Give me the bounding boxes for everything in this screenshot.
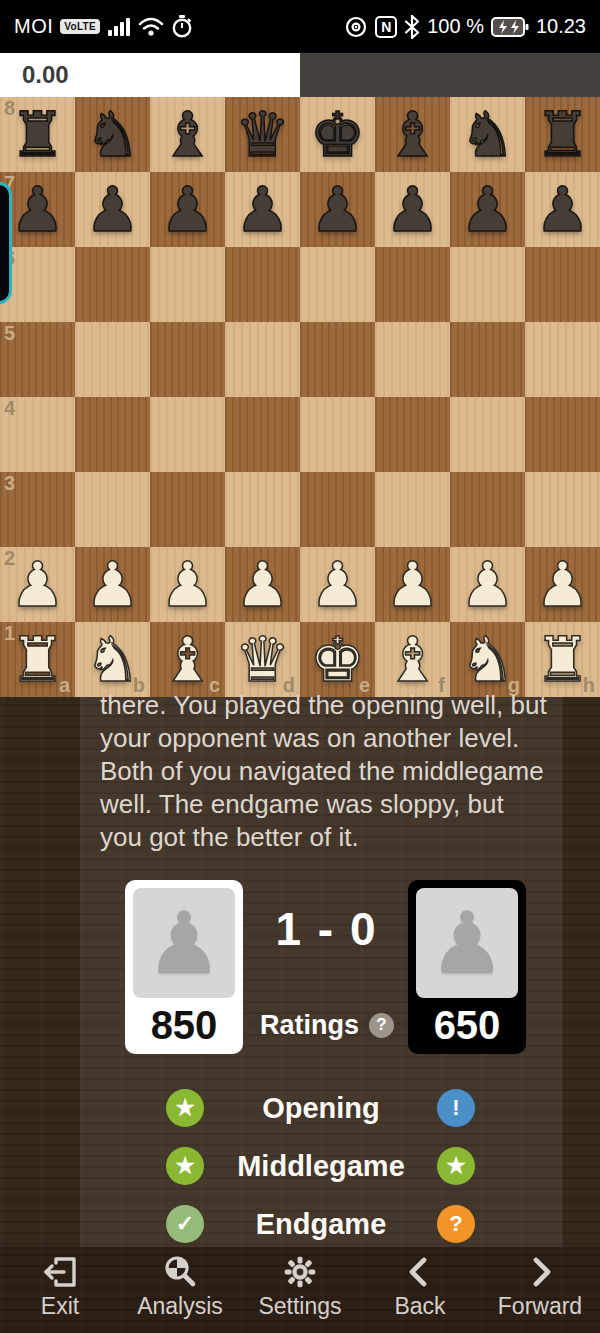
square-e1[interactable]: e♚ — [300, 622, 375, 697]
ratings-help-icon[interactable]: ? — [369, 1013, 394, 1038]
square-h5[interactable] — [525, 322, 600, 397]
square-d6[interactable] — [225, 247, 300, 322]
black-pawn[interactable]: ♟ — [450, 172, 525, 247]
white-rook[interactable]: ♜ — [525, 622, 600, 697]
square-c5[interactable] — [150, 322, 225, 397]
square-f7[interactable]: ♟ — [375, 172, 450, 247]
square-b4[interactable] — [75, 397, 150, 472]
square-e7[interactable]: ♟ — [300, 172, 375, 247]
white-queen[interactable]: ♛ — [225, 622, 300, 697]
wifi-icon — [138, 16, 164, 38]
white-player-avatar: ♟ — [133, 888, 235, 998]
square-h6[interactable] — [525, 247, 600, 322]
back-icon — [402, 1255, 438, 1289]
question-icon: ? — [437, 1205, 475, 1243]
bottom-nav-bar: Exit Analysis Settings Back Forward — [0, 1247, 600, 1333]
square-c6[interactable] — [150, 247, 225, 322]
phase-label: Opening — [80, 1092, 562, 1125]
square-b7[interactable]: ♟ — [75, 172, 150, 247]
black-pawn[interactable]: ♟ — [375, 172, 450, 247]
chess-board[interactable]: 8♜♞♝♛♚♝♞♜7♟♟♟♟♟♟♟♟65432♟♟♟♟♟♟♟♟1a♜b♞c♝d♛… — [0, 97, 600, 697]
square-h4[interactable] — [525, 397, 600, 472]
square-d4[interactable] — [225, 397, 300, 472]
square-e5[interactable] — [300, 322, 375, 397]
nav-label: Exit — [41, 1293, 79, 1320]
nav-label: Back — [394, 1293, 445, 1320]
black-pawn[interactable]: ♟ — [150, 172, 225, 247]
phase-row-endgame: ✓Endgame? — [80, 1196, 562, 1254]
white-pawn[interactable]: ♟ — [225, 547, 300, 622]
square-g3[interactable] — [450, 472, 525, 547]
bluetooth-icon — [404, 15, 420, 39]
clock-label: 10.23 — [536, 15, 586, 38]
white-pawn[interactable]: ♟ — [525, 547, 600, 622]
black-pawn[interactable]: ♟ — [75, 172, 150, 247]
square-b6[interactable] — [75, 247, 150, 322]
black-knight[interactable]: ♞ — [450, 97, 525, 172]
square-a8[interactable]: 8♜ — [0, 97, 75, 172]
volte-badge: VoLTE — [60, 19, 100, 34]
square-d3[interactable] — [225, 472, 300, 547]
carrier-label: MOI — [14, 15, 53, 38]
white-bishop[interactable]: ♝ — [375, 622, 450, 697]
black-rook[interactable]: ♜ — [0, 97, 75, 172]
square-f8[interactable]: ♝ — [375, 97, 450, 172]
square-f6[interactable] — [375, 247, 450, 322]
exclamation-icon: ! — [437, 1089, 475, 1127]
forward-button[interactable]: Forward — [480, 1247, 600, 1333]
white-pawn[interactable]: ♟ — [300, 547, 375, 622]
black-bishop[interactable]: ♝ — [375, 97, 450, 172]
square-g1[interactable]: g♞ — [450, 622, 525, 697]
square-a4[interactable]: 4 — [0, 397, 75, 472]
white-pawn[interactable]: ♟ — [0, 547, 75, 622]
pawn-avatar-icon: ♟ — [145, 900, 222, 986]
white-knight[interactable]: ♞ — [75, 622, 150, 697]
black-pawn[interactable]: ♟ — [300, 172, 375, 247]
square-b5[interactable] — [75, 322, 150, 397]
square-c2[interactable]: ♟ — [150, 547, 225, 622]
white-rating: 850 — [125, 1003, 243, 1048]
square-d1[interactable]: d♛ — [225, 622, 300, 697]
white-pawn[interactable]: ♟ — [450, 547, 525, 622]
square-h3[interactable] — [525, 472, 600, 547]
square-c4[interactable] — [150, 397, 225, 472]
black-pawn[interactable]: ♟ — [525, 172, 600, 247]
black-pawn[interactable]: ♟ — [225, 172, 300, 247]
analysis-button[interactable]: Analysis — [120, 1247, 240, 1333]
white-pawn[interactable]: ♟ — [150, 547, 225, 622]
nav-label: Analysis — [137, 1293, 223, 1320]
square-d5[interactable] — [225, 322, 300, 397]
chess-app-screen: MOI VoLTE N 100 % 10.23 0.00 8♜♞♝♛♚♝♞♜7♟… — [0, 0, 600, 1333]
evaluation-bar-white-share: 0.00 — [0, 53, 300, 97]
square-c7[interactable]: ♟ — [150, 172, 225, 247]
square-f5[interactable] — [375, 322, 450, 397]
square-b8[interactable]: ♞ — [75, 97, 150, 172]
exit-icon — [42, 1255, 78, 1289]
forward-icon — [522, 1255, 558, 1289]
phase-label: Endgame — [80, 1208, 562, 1241]
square-d2[interactable]: ♟ — [225, 547, 300, 622]
exit-button[interactable]: Exit — [0, 1247, 120, 1333]
square-f1[interactable]: f♝ — [375, 622, 450, 697]
ratings-label: Ratings — [260, 1010, 359, 1041]
square-g5[interactable] — [450, 322, 525, 397]
ratings-row: Ratings ? — [237, 1008, 417, 1042]
phase-row-middlegame: ★Middlegame★ — [80, 1138, 562, 1196]
square-g4[interactable] — [450, 397, 525, 472]
battery-percent-label: 100 % — [427, 15, 484, 38]
square-b3[interactable] — [75, 472, 150, 547]
black-rating: 650 — [408, 1003, 526, 1048]
settings-icon — [282, 1255, 318, 1289]
black-player-card: ♟ 650 — [408, 880, 526, 1054]
nav-label: Settings — [258, 1293, 341, 1320]
eye-icon — [344, 15, 368, 39]
white-knight[interactable]: ♞ — [450, 622, 525, 697]
square-g2[interactable]: ♟ — [450, 547, 525, 622]
evaluation-value: 0.00 — [22, 61, 69, 89]
phase-label: Middlegame — [80, 1150, 562, 1183]
white-rook[interactable]: ♜ — [0, 622, 75, 697]
square-c1[interactable]: c♝ — [150, 622, 225, 697]
square-f3[interactable] — [375, 472, 450, 547]
square-h1[interactable]: h♜ — [525, 622, 600, 697]
battery-charging-icon — [491, 16, 529, 38]
star-icon: ★ — [437, 1147, 475, 1185]
rank-label: 3 — [4, 472, 15, 495]
square-e4[interactable] — [300, 397, 375, 472]
black-queen[interactable]: ♛ — [225, 97, 300, 172]
square-c3[interactable] — [150, 472, 225, 547]
square-d7[interactable]: ♟ — [225, 172, 300, 247]
rank-label: 5 — [4, 322, 15, 345]
square-g7[interactable]: ♟ — [450, 172, 525, 247]
square-e3[interactable] — [300, 472, 375, 547]
white-pawn[interactable]: ♟ — [375, 547, 450, 622]
black-bishop[interactable]: ♝ — [150, 97, 225, 172]
square-c8[interactable]: ♝ — [150, 97, 225, 172]
square-b1[interactable]: b♞ — [75, 622, 150, 697]
stopwatch-icon — [171, 15, 193, 39]
square-e8[interactable]: ♚ — [300, 97, 375, 172]
phase-row-opening: ★Opening! — [80, 1080, 562, 1138]
square-h2[interactable]: ♟ — [525, 547, 600, 622]
black-rook[interactable]: ♜ — [525, 97, 600, 172]
signal-icon — [107, 16, 131, 38]
square-e6[interactable] — [300, 247, 375, 322]
square-a2[interactable]: 2♟ — [0, 547, 75, 622]
white-bishop[interactable]: ♝ — [150, 622, 225, 697]
square-a1[interactable]: 1a♜ — [0, 622, 75, 697]
status-bar: MOI VoLTE N 100 % 10.23 — [0, 0, 600, 53]
square-f4[interactable] — [375, 397, 450, 472]
square-b2[interactable]: ♟ — [75, 547, 150, 622]
game-result: 1 - 0 — [245, 902, 408, 956]
nav-label: Forward — [498, 1293, 582, 1320]
square-f2[interactable]: ♟ — [375, 547, 450, 622]
square-g6[interactable] — [450, 247, 525, 322]
square-a5[interactable]: 5 — [0, 322, 75, 397]
settings-button[interactable]: Settings — [240, 1247, 360, 1333]
game-summary-text: there. You played the opening well, but … — [100, 689, 552, 854]
white-king[interactable]: ♚ — [300, 622, 375, 697]
square-h7[interactable]: ♟ — [525, 172, 600, 247]
square-a3[interactable]: 3 — [0, 472, 75, 547]
back-button[interactable]: Back — [360, 1247, 480, 1333]
black-player-avatar: ♟ — [416, 888, 518, 998]
square-g8[interactable]: ♞ — [450, 97, 525, 172]
square-h8[interactable]: ♜ — [525, 97, 600, 172]
nfc-icon: N — [375, 16, 397, 38]
black-knight[interactable]: ♞ — [75, 97, 150, 172]
square-e2[interactable]: ♟ — [300, 547, 375, 622]
phase-ratings: ★Opening!★Middlegame★✓Endgame? — [80, 1080, 562, 1254]
square-d8[interactable]: ♛ — [225, 97, 300, 172]
evaluation-bar: 0.00 — [0, 53, 600, 97]
white-player-card: ♟ 850 — [125, 880, 243, 1054]
edge-panel-handle[interactable] — [0, 182, 12, 304]
analysis-icon — [162, 1255, 198, 1289]
white-pawn[interactable]: ♟ — [75, 547, 150, 622]
black-king[interactable]: ♚ — [300, 97, 375, 172]
pawn-avatar-icon: ♟ — [428, 900, 505, 986]
rank-label: 4 — [4, 397, 15, 420]
